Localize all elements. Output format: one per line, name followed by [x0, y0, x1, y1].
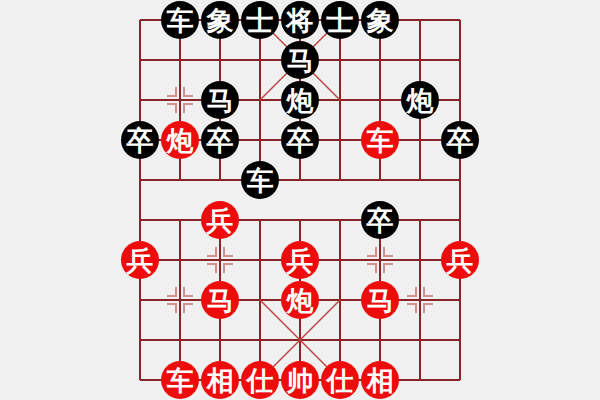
point-c3-r5[interactable] — [240, 200, 280, 240]
point-c3-r1[interactable] — [240, 40, 280, 80]
black-elephant[interactable]: 象 — [201, 1, 239, 39]
point-c2-r6[interactable] — [200, 240, 240, 280]
point-c0-r8[interactable] — [120, 320, 160, 360]
page-background: 车象士将士象马马炮炮卒炮卒卒车卒车兵卒兵兵兵马炮马车相仕帅仕相 — [0, 0, 600, 400]
black-advisor[interactable]: 士 — [321, 1, 359, 39]
point-c2-r1[interactable] — [200, 40, 240, 80]
point-c1-r6[interactable] — [160, 240, 200, 280]
point-c6-r0[interactable]: 象 — [360, 0, 400, 40]
point-c8-r1[interactable] — [440, 40, 480, 80]
point-c1-r0[interactable]: 车 — [160, 0, 200, 40]
black-chariot[interactable]: 车 — [241, 161, 279, 199]
point-c0-r4[interactable] — [120, 160, 160, 200]
point-c7-r2[interactable]: 炮 — [400, 80, 440, 120]
black-general[interactable]: 将 — [281, 1, 319, 39]
black-soldier[interactable]: 卒 — [281, 121, 319, 159]
point-c8-r9[interactable] — [440, 360, 480, 400]
point-c7-r9[interactable] — [400, 360, 440, 400]
black-elephant[interactable]: 象 — [361, 1, 399, 39]
point-c4-r2[interactable]: 炮 — [280, 80, 320, 120]
point-c5-r9[interactable]: 仕 — [320, 360, 360, 400]
point-c6-r2[interactable] — [360, 80, 400, 120]
point-c3-r0[interactable]: 士 — [240, 0, 280, 40]
point-c7-r7[interactable] — [400, 280, 440, 320]
point-c0-r1[interactable] — [120, 40, 160, 80]
red-horse[interactable]: 马 — [361, 281, 399, 319]
point-c6-r7[interactable]: 马 — [360, 280, 400, 320]
point-c5-r3[interactable] — [320, 120, 360, 160]
point-c4-r3[interactable]: 卒 — [280, 120, 320, 160]
point-c2-r2[interactable]: 马 — [200, 80, 240, 120]
red-advisor[interactable]: 仕 — [241, 361, 279, 399]
point-c7-r8[interactable] — [400, 320, 440, 360]
red-elephant[interactable]: 相 — [361, 361, 399, 399]
point-c3-r6[interactable] — [240, 240, 280, 280]
red-cannon[interactable]: 炮 — [161, 121, 199, 159]
point-c8-r4[interactable] — [440, 160, 480, 200]
point-c0-r3[interactable]: 卒 — [120, 120, 160, 160]
point-c5-r0[interactable]: 士 — [320, 0, 360, 40]
point-c0-r5[interactable] — [120, 200, 160, 240]
point-c5-r4[interactable] — [320, 160, 360, 200]
point-c6-r3[interactable]: 车 — [360, 120, 400, 160]
point-c3-r3[interactable] — [240, 120, 280, 160]
point-c2-r8[interactable] — [200, 320, 240, 360]
black-horse[interactable]: 马 — [281, 41, 319, 79]
point-c4-r5[interactable] — [280, 200, 320, 240]
point-c4-r4[interactable] — [280, 160, 320, 200]
red-elephant[interactable]: 相 — [201, 361, 239, 399]
point-c6-r8[interactable] — [360, 320, 400, 360]
point-c0-r6[interactable]: 兵 — [120, 240, 160, 280]
point-c4-r8[interactable] — [280, 320, 320, 360]
point-c2-r3[interactable]: 卒 — [200, 120, 240, 160]
red-soldier[interactable]: 兵 — [121, 241, 159, 279]
black-soldier[interactable]: 卒 — [441, 121, 479, 159]
red-cannon[interactable]: 炮 — [281, 281, 319, 319]
point-c4-r9[interactable]: 帅 — [280, 360, 320, 400]
black-soldier[interactable]: 卒 — [361, 201, 399, 239]
point-c0-r2[interactable] — [120, 80, 160, 120]
point-c8-r6[interactable]: 兵 — [440, 240, 480, 280]
point-c8-r0[interactable] — [440, 0, 480, 40]
point-c6-r5[interactable]: 卒 — [360, 200, 400, 240]
point-c7-r3[interactable] — [400, 120, 440, 160]
point-c7-r1[interactable] — [400, 40, 440, 80]
point-c2-r9[interactable]: 相 — [200, 360, 240, 400]
point-c1-r5[interactable] — [160, 200, 200, 240]
point-c2-r0[interactable]: 象 — [200, 0, 240, 40]
point-c8-r3[interactable]: 卒 — [440, 120, 480, 160]
red-horse[interactable]: 马 — [201, 281, 239, 319]
red-chariot[interactable]: 车 — [161, 361, 199, 399]
point-c2-r4[interactable] — [200, 160, 240, 200]
point-c7-r6[interactable] — [400, 240, 440, 280]
point-c6-r1[interactable] — [360, 40, 400, 80]
point-c0-r7[interactable] — [120, 280, 160, 320]
black-advisor[interactable]: 士 — [241, 1, 279, 39]
black-horse[interactable]: 马 — [201, 81, 239, 119]
black-cannon[interactable]: 炮 — [281, 81, 319, 119]
black-soldier[interactable]: 卒 — [201, 121, 239, 159]
point-c5-r2[interactable] — [320, 80, 360, 120]
point-c4-r1[interactable]: 马 — [280, 40, 320, 80]
point-c0-r9[interactable] — [120, 360, 160, 400]
point-c6-r6[interactable] — [360, 240, 400, 280]
point-c7-r0[interactable] — [400, 0, 440, 40]
point-c4-r7[interactable]: 炮 — [280, 280, 320, 320]
point-c3-r8[interactable] — [240, 320, 280, 360]
black-chariot[interactable]: 车 — [161, 1, 199, 39]
point-c4-r0[interactable]: 将 — [280, 0, 320, 40]
xiangqi-board: 车象士将士象马马炮炮卒炮卒卒车卒车兵卒兵兵兵马炮马车相仕帅仕相 — [120, 0, 480, 400]
point-c1-r7[interactable] — [160, 280, 200, 320]
point-c3-r7[interactable] — [240, 280, 280, 320]
point-c2-r7[interactable]: 马 — [200, 280, 240, 320]
point-c5-r7[interactable] — [320, 280, 360, 320]
point-c5-r1[interactable] — [320, 40, 360, 80]
red-chariot[interactable]: 车 — [361, 121, 399, 159]
point-c5-r5[interactable] — [320, 200, 360, 240]
point-c2-r5[interactable]: 兵 — [200, 200, 240, 240]
point-c6-r9[interactable]: 相 — [360, 360, 400, 400]
point-c3-r2[interactable] — [240, 80, 280, 120]
point-c3-r4[interactable]: 车 — [240, 160, 280, 200]
red-soldier[interactable]: 兵 — [201, 201, 239, 239]
point-c1-r1[interactable] — [160, 40, 200, 80]
point-c1-r9[interactable]: 车 — [160, 360, 200, 400]
black-soldier[interactable]: 卒 — [121, 121, 159, 159]
red-soldier[interactable]: 兵 — [441, 241, 479, 279]
point-c6-r4[interactable] — [360, 160, 400, 200]
point-c7-r4[interactable] — [400, 160, 440, 200]
point-c8-r2[interactable] — [440, 80, 480, 120]
board-points: 车象士将士象马马炮炮卒炮卒卒车卒车兵卒兵兵兵马炮马车相仕帅仕相 — [120, 0, 480, 400]
point-c7-r5[interactable] — [400, 200, 440, 240]
point-c4-r6[interactable]: 兵 — [280, 240, 320, 280]
red-soldier[interactable]: 兵 — [281, 241, 319, 279]
point-c8-r5[interactable] — [440, 200, 480, 240]
point-c0-r0[interactable] — [120, 0, 160, 40]
point-c3-r9[interactable]: 仕 — [240, 360, 280, 400]
point-c8-r7[interactable] — [440, 280, 480, 320]
point-c5-r6[interactable] — [320, 240, 360, 280]
point-c1-r2[interactable] — [160, 80, 200, 120]
point-c1-r8[interactable] — [160, 320, 200, 360]
point-c8-r8[interactable] — [440, 320, 480, 360]
red-general[interactable]: 帅 — [281, 361, 319, 399]
point-c5-r8[interactable] — [320, 320, 360, 360]
red-advisor[interactable]: 仕 — [321, 361, 359, 399]
point-c1-r4[interactable] — [160, 160, 200, 200]
point-c1-r3[interactable]: 炮 — [160, 120, 200, 160]
black-cannon[interactable]: 炮 — [401, 81, 439, 119]
